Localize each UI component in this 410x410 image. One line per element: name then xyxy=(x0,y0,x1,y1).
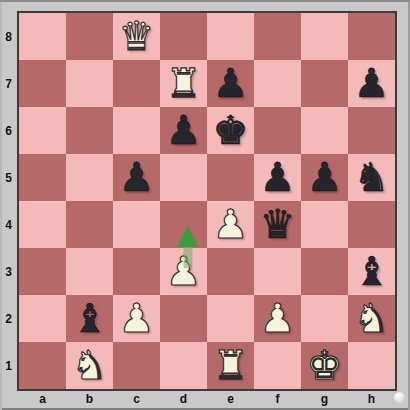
square-a5[interactable] xyxy=(19,154,66,201)
square-f2[interactable]: ♟ xyxy=(254,295,301,342)
file-label-h: h xyxy=(348,390,395,408)
square-e1[interactable]: ♜ xyxy=(207,342,254,389)
square-e6[interactable]: ♚ xyxy=(207,107,254,154)
square-b5[interactable] xyxy=(66,154,113,201)
corner-dot xyxy=(394,392,405,403)
rank-label-7: 7 xyxy=(0,60,17,107)
square-g1[interactable]: ♚ xyxy=(301,342,348,389)
piece-black-bishop-h3[interactable]: ♝ xyxy=(354,248,390,295)
square-f1[interactable] xyxy=(254,342,301,389)
piece-black-pawn-e7[interactable]: ♟ xyxy=(213,60,249,107)
rank-label-6: 6 xyxy=(0,107,17,154)
rank-label-5: 5 xyxy=(0,154,17,201)
chess-board[interactable]: ♛♜♟♟♟♚♟♟♟♞♟♛♟♝♝♟♟♞♞♜♚ xyxy=(17,11,397,391)
rank-labels: 87654321 xyxy=(0,13,17,389)
piece-white-pawn-d3[interactable]: ♟ xyxy=(166,248,202,295)
square-f8[interactable] xyxy=(254,13,301,60)
square-b2[interactable]: ♝ xyxy=(66,295,113,342)
square-h1[interactable] xyxy=(348,342,395,389)
file-label-e: e xyxy=(207,390,254,408)
square-e4[interactable]: ♟ xyxy=(207,201,254,248)
square-d1[interactable] xyxy=(160,342,207,389)
piece-black-king-e6[interactable]: ♚ xyxy=(213,107,249,154)
square-d5[interactable] xyxy=(160,154,207,201)
square-h7[interactable]: ♟ xyxy=(348,60,395,107)
square-c8[interactable]: ♛ xyxy=(113,13,160,60)
file-label-c: c xyxy=(113,390,160,408)
chess-board-screenshot: 87654321 ♛♜♟♟♟♚♟♟♟♞♟♛♟♝♝♟♟♞♞♜♚ abcdefgh xyxy=(0,0,410,410)
square-b1[interactable]: ♞ xyxy=(66,342,113,389)
square-b7[interactable] xyxy=(66,60,113,107)
square-g4[interactable] xyxy=(301,201,348,248)
square-f3[interactable] xyxy=(254,248,301,295)
file-label-a: a xyxy=(19,390,66,408)
square-c1[interactable] xyxy=(113,342,160,389)
square-h3[interactable]: ♝ xyxy=(348,248,395,295)
square-g5[interactable]: ♟ xyxy=(301,154,348,201)
piece-black-bishop-b2[interactable]: ♝ xyxy=(72,295,108,342)
square-c5[interactable]: ♟ xyxy=(113,154,160,201)
piece-black-pawn-g5[interactable]: ♟ xyxy=(307,154,343,201)
piece-white-pawn-c2[interactable]: ♟ xyxy=(119,295,155,342)
square-f6[interactable] xyxy=(254,107,301,154)
piece-white-queen-c8[interactable]: ♛ xyxy=(119,13,155,60)
square-b3[interactable] xyxy=(66,248,113,295)
square-d4[interactable] xyxy=(160,201,207,248)
piece-white-king-g1[interactable]: ♚ xyxy=(307,342,343,389)
piece-black-pawn-d6[interactable]: ♟ xyxy=(166,107,202,154)
square-a7[interactable] xyxy=(19,60,66,107)
square-f4[interactable]: ♛ xyxy=(254,201,301,248)
rank-label-2: 2 xyxy=(0,295,17,342)
square-c3[interactable] xyxy=(113,248,160,295)
square-a4[interactable] xyxy=(19,201,66,248)
square-h4[interactable] xyxy=(348,201,395,248)
square-h5[interactable]: ♞ xyxy=(348,154,395,201)
rank-label-4: 4 xyxy=(0,201,17,248)
piece-white-knight-b1[interactable]: ♞ xyxy=(72,342,108,389)
square-a2[interactable] xyxy=(19,295,66,342)
square-d6[interactable]: ♟ xyxy=(160,107,207,154)
square-h2[interactable]: ♞ xyxy=(348,295,395,342)
file-label-g: g xyxy=(301,390,348,408)
square-c7[interactable] xyxy=(113,60,160,107)
square-a1[interactable] xyxy=(19,342,66,389)
square-h6[interactable] xyxy=(348,107,395,154)
square-a6[interactable] xyxy=(19,107,66,154)
piece-black-pawn-c5[interactable]: ♟ xyxy=(119,154,155,201)
square-g2[interactable] xyxy=(301,295,348,342)
square-e8[interactable] xyxy=(207,13,254,60)
square-g8[interactable] xyxy=(301,13,348,60)
square-g6[interactable] xyxy=(301,107,348,154)
piece-white-rook-e1[interactable]: ♜ xyxy=(213,342,249,389)
piece-black-pawn-f5[interactable]: ♟ xyxy=(260,154,296,201)
square-g3[interactable] xyxy=(301,248,348,295)
square-a3[interactable] xyxy=(19,248,66,295)
piece-white-pawn-f2[interactable]: ♟ xyxy=(260,295,296,342)
rank-label-3: 3 xyxy=(0,248,17,295)
square-d7[interactable]: ♜ xyxy=(160,60,207,107)
square-f7[interactable] xyxy=(254,60,301,107)
piece-black-knight-h5[interactable]: ♞ xyxy=(354,154,390,201)
rank-label-8: 8 xyxy=(0,13,17,60)
file-label-b: b xyxy=(66,390,113,408)
piece-black-queen-f4[interactable]: ♛ xyxy=(260,201,296,248)
piece-white-rook-d7[interactable]: ♜ xyxy=(166,60,202,107)
file-label-f: f xyxy=(254,390,301,408)
square-e2[interactable] xyxy=(207,295,254,342)
square-e7[interactable]: ♟ xyxy=(207,60,254,107)
square-f5[interactable]: ♟ xyxy=(254,154,301,201)
square-e3[interactable] xyxy=(207,248,254,295)
piece-black-pawn-h7[interactable]: ♟ xyxy=(354,60,390,107)
square-c6[interactable] xyxy=(113,107,160,154)
rank-label-1: 1 xyxy=(0,342,17,389)
square-c2[interactable]: ♟ xyxy=(113,295,160,342)
file-labels: abcdefgh xyxy=(19,390,395,408)
square-b4[interactable] xyxy=(66,201,113,248)
square-h8[interactable] xyxy=(348,13,395,60)
square-b8[interactable] xyxy=(66,13,113,60)
square-a8[interactable] xyxy=(19,13,66,60)
square-c4[interactable] xyxy=(113,201,160,248)
piece-white-knight-h2[interactable]: ♞ xyxy=(354,295,390,342)
square-d3[interactable]: ♟ xyxy=(160,248,207,295)
square-d8[interactable] xyxy=(160,13,207,60)
file-label-d: d xyxy=(160,390,207,408)
square-b6[interactable] xyxy=(66,107,113,154)
square-e5[interactable] xyxy=(207,154,254,201)
piece-white-pawn-e4[interactable]: ♟ xyxy=(213,201,249,248)
square-g7[interactable] xyxy=(301,60,348,107)
square-d2[interactable] xyxy=(160,295,207,342)
